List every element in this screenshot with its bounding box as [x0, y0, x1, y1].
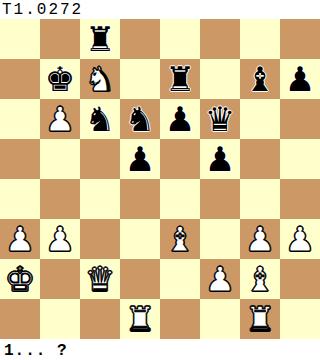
square-e4[interactable] — [160, 179, 200, 219]
white-queen-c2[interactable]: ♛ — [85, 259, 115, 299]
square-a5[interactable] — [0, 139, 40, 179]
square-b1[interactable] — [40, 299, 80, 339]
white-pawn-b6[interactable]: ♟ — [45, 99, 75, 139]
square-d6[interactable]: ♞ — [120, 99, 160, 139]
square-c1[interactable] — [80, 299, 120, 339]
square-g1[interactable]: ♜ — [240, 299, 280, 339]
square-e1[interactable] — [160, 299, 200, 339]
square-a8[interactable] — [0, 19, 40, 59]
black-king-b7[interactable]: ♚ — [45, 59, 75, 99]
white-pawn-h3[interactable]: ♟ — [285, 219, 315, 259]
square-h6[interactable] — [280, 99, 320, 139]
white-bishop-e3[interactable]: ♝ — [165, 219, 195, 259]
square-g4[interactable] — [240, 179, 280, 219]
square-b7[interactable]: ♚ — [40, 59, 80, 99]
square-g6[interactable] — [240, 99, 280, 139]
square-g2[interactable]: ♝ — [240, 259, 280, 299]
square-e7[interactable]: ♜ — [160, 59, 200, 99]
square-h3[interactable]: ♟ — [280, 219, 320, 259]
black-knight-d6[interactable]: ♞ — [125, 99, 155, 139]
square-c5[interactable] — [80, 139, 120, 179]
white-pawn-b3[interactable]: ♟ — [45, 219, 75, 259]
white-rook-d1[interactable]: ♜ — [125, 299, 155, 339]
square-c4[interactable] — [80, 179, 120, 219]
black-pawn-e6[interactable]: ♟ — [165, 99, 195, 139]
square-h4[interactable] — [280, 179, 320, 219]
square-a1[interactable] — [0, 299, 40, 339]
square-e8[interactable] — [160, 19, 200, 59]
square-c3[interactable] — [80, 219, 120, 259]
square-h1[interactable] — [280, 299, 320, 339]
white-pawn-g3[interactable]: ♟ — [245, 219, 275, 259]
puzzle-title: T1.0272 — [0, 0, 320, 19]
square-c7[interactable]: ♞ — [80, 59, 120, 99]
black-knight-c6[interactable]: ♞ — [85, 99, 115, 139]
white-king-a2[interactable]: ♚ — [5, 259, 35, 299]
square-d5[interactable]: ♟ — [120, 139, 160, 179]
black-rook-e7[interactable]: ♜ — [165, 59, 195, 99]
black-pawn-h7[interactable]: ♟ — [285, 59, 315, 99]
square-b4[interactable] — [40, 179, 80, 219]
square-c2[interactable]: ♛ — [80, 259, 120, 299]
black-rook-c8[interactable]: ♜ — [85, 19, 115, 59]
black-bishop-g7[interactable]: ♝ — [245, 59, 275, 99]
white-rook-g1[interactable]: ♜ — [245, 299, 275, 339]
square-a4[interactable] — [0, 179, 40, 219]
square-f4[interactable] — [200, 179, 240, 219]
square-f1[interactable] — [200, 299, 240, 339]
white-knight-c7[interactable]: ♞ — [85, 59, 115, 99]
square-h5[interactable] — [280, 139, 320, 179]
square-a3[interactable]: ♟ — [0, 219, 40, 259]
square-h2[interactable] — [280, 259, 320, 299]
square-h8[interactable] — [280, 19, 320, 59]
white-pawn-f2[interactable]: ♟ — [205, 259, 235, 299]
square-f3[interactable] — [200, 219, 240, 259]
white-bishop-g2[interactable]: ♝ — [245, 259, 275, 299]
square-f6[interactable]: ♛ — [200, 99, 240, 139]
chess-board: ♜♚♞♜♝♟♟♞♞♟♛♟♟♟♟♝♟♟♚♛♟♝♜♜ — [0, 19, 320, 339]
square-f7[interactable] — [200, 59, 240, 99]
square-d2[interactable] — [120, 259, 160, 299]
square-f2[interactable]: ♟ — [200, 259, 240, 299]
square-g7[interactable]: ♝ — [240, 59, 280, 99]
square-e6[interactable]: ♟ — [160, 99, 200, 139]
square-a6[interactable] — [0, 99, 40, 139]
square-b6[interactable]: ♟ — [40, 99, 80, 139]
square-e5[interactable] — [160, 139, 200, 179]
square-c6[interactable]: ♞ — [80, 99, 120, 139]
square-g5[interactable] — [240, 139, 280, 179]
square-b8[interactable] — [40, 19, 80, 59]
square-b2[interactable] — [40, 259, 80, 299]
square-d1[interactable]: ♜ — [120, 299, 160, 339]
square-b3[interactable]: ♟ — [40, 219, 80, 259]
square-d8[interactable] — [120, 19, 160, 59]
white-pawn-a3[interactable]: ♟ — [5, 219, 35, 259]
square-d3[interactable] — [120, 219, 160, 259]
square-d4[interactable] — [120, 179, 160, 219]
move-prompt: 1... ? — [0, 339, 320, 360]
square-a7[interactable] — [0, 59, 40, 99]
square-f8[interactable] — [200, 19, 240, 59]
square-g8[interactable] — [240, 19, 280, 59]
square-c8[interactable]: ♜ — [80, 19, 120, 59]
square-e2[interactable] — [160, 259, 200, 299]
square-e3[interactable]: ♝ — [160, 219, 200, 259]
black-queen-f6[interactable]: ♛ — [205, 99, 235, 139]
square-b5[interactable] — [40, 139, 80, 179]
square-h7[interactable]: ♟ — [280, 59, 320, 99]
square-d7[interactable] — [120, 59, 160, 99]
square-g3[interactable]: ♟ — [240, 219, 280, 259]
square-f5[interactable]: ♟ — [200, 139, 240, 179]
black-pawn-d5[interactable]: ♟ — [125, 139, 155, 179]
square-a2[interactable]: ♚ — [0, 259, 40, 299]
black-pawn-f5[interactable]: ♟ — [205, 139, 235, 179]
